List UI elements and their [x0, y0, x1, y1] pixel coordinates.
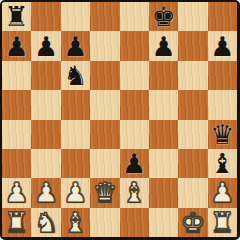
black-pawn-f7[interactable]: ♟ — [151, 33, 175, 60]
white-pawn-b2[interactable]: ♟ — [34, 179, 58, 206]
square-d1[interactable] — [90, 208, 119, 237]
square-c3[interactable] — [61, 149, 90, 178]
black-rook-a8[interactable]: ♜ — [5, 3, 29, 30]
square-e3[interactable]: ♟ — [120, 149, 149, 178]
square-a1[interactable]: ♜ — [2, 208, 31, 237]
square-d6[interactable] — [90, 61, 119, 90]
square-h3[interactable]: ♝ — [208, 149, 237, 178]
square-c1[interactable]: ♝ — [61, 208, 90, 237]
white-bishop-e2[interactable]: ♝ — [122, 179, 146, 206]
square-b1[interactable]: ♞ — [31, 208, 60, 237]
black-knight-c6[interactable]: ♞ — [63, 62, 87, 89]
black-pawn-c7[interactable]: ♟ — [63, 33, 87, 60]
square-d2[interactable]: ♛ — [90, 178, 119, 207]
square-d8[interactable] — [90, 2, 119, 31]
square-h4[interactable]: ♛ — [208, 120, 237, 149]
black-pawn-h7[interactable]: ♟ — [210, 33, 234, 60]
black-king-f8[interactable]: ♚ — [151, 3, 175, 30]
white-pawn-c2[interactable]: ♟ — [63, 179, 87, 206]
square-c7[interactable]: ♟ — [61, 31, 90, 60]
black-queen-h4[interactable]: ♛ — [210, 121, 234, 148]
square-e6[interactable] — [120, 61, 149, 90]
square-g3[interactable] — [178, 149, 207, 178]
square-e1[interactable] — [120, 208, 149, 237]
white-king-g1[interactable]: ♚ — [181, 209, 205, 236]
square-d5[interactable] — [90, 90, 119, 119]
white-bishop-c1[interactable]: ♝ — [63, 209, 87, 236]
square-c5[interactable] — [61, 90, 90, 119]
square-b8[interactable] — [31, 2, 60, 31]
square-g7[interactable] — [178, 31, 207, 60]
square-a3[interactable] — [2, 149, 31, 178]
square-d7[interactable] — [90, 31, 119, 60]
square-d3[interactable] — [90, 149, 119, 178]
square-a8[interactable]: ♜ — [2, 2, 31, 31]
square-b5[interactable] — [31, 90, 60, 119]
square-c4[interactable] — [61, 120, 90, 149]
square-h5[interactable] — [208, 90, 237, 119]
black-bishop-h3[interactable]: ♝ — [210, 150, 234, 177]
square-g5[interactable] — [178, 90, 207, 119]
square-g8[interactable] — [178, 2, 207, 31]
square-b7[interactable]: ♟ — [31, 31, 60, 60]
square-f4[interactable] — [149, 120, 178, 149]
square-e5[interactable] — [120, 90, 149, 119]
black-pawn-a7[interactable]: ♟ — [5, 33, 29, 60]
white-rook-h1[interactable]: ♜ — [210, 209, 234, 236]
square-b3[interactable] — [31, 149, 60, 178]
square-f7[interactable]: ♟ — [149, 31, 178, 60]
square-e8[interactable] — [120, 2, 149, 31]
square-f5[interactable] — [149, 90, 178, 119]
square-h2[interactable]: ♟ — [208, 178, 237, 207]
white-knight-b1[interactable]: ♞ — [34, 209, 58, 236]
square-a6[interactable] — [2, 61, 31, 90]
white-pawn-a2[interactable]: ♟ — [5, 179, 29, 206]
chess-board: ♜♚♟♟♟♟♟♞♛♟♝♟♟♟♛♝♟♜♞♝♚♜ — [0, 0, 240, 240]
square-g4[interactable] — [178, 120, 207, 149]
square-e2[interactable]: ♝ — [120, 178, 149, 207]
square-a7[interactable]: ♟ — [2, 31, 31, 60]
square-f6[interactable] — [149, 61, 178, 90]
square-f8[interactable]: ♚ — [149, 2, 178, 31]
square-f3[interactable] — [149, 149, 178, 178]
square-h8[interactable] — [208, 2, 237, 31]
square-b6[interactable] — [31, 61, 60, 90]
square-e4[interactable] — [120, 120, 149, 149]
square-f1[interactable] — [149, 208, 178, 237]
black-pawn-b7[interactable]: ♟ — [34, 33, 58, 60]
square-a4[interactable] — [2, 120, 31, 149]
white-rook-a1[interactable]: ♜ — [5, 209, 29, 236]
white-pawn-h2[interactable]: ♟ — [210, 179, 234, 206]
square-h1[interactable]: ♜ — [208, 208, 237, 237]
square-a2[interactable]: ♟ — [2, 178, 31, 207]
square-c6[interactable]: ♞ — [61, 61, 90, 90]
square-g6[interactable] — [178, 61, 207, 90]
square-b2[interactable]: ♟ — [31, 178, 60, 207]
square-e7[interactable] — [120, 31, 149, 60]
square-a5[interactable] — [2, 90, 31, 119]
square-g2[interactable] — [178, 178, 207, 207]
square-f2[interactable] — [149, 178, 178, 207]
square-c2[interactable]: ♟ — [61, 178, 90, 207]
square-h6[interactable] — [208, 61, 237, 90]
square-g1[interactable]: ♚ — [178, 208, 207, 237]
square-d4[interactable] — [90, 120, 119, 149]
black-pawn-e3[interactable]: ♟ — [122, 150, 146, 177]
square-c8[interactable] — [61, 2, 90, 31]
square-b4[interactable] — [31, 120, 60, 149]
white-queen-d2[interactable]: ♛ — [93, 179, 117, 206]
square-h7[interactable]: ♟ — [208, 31, 237, 60]
